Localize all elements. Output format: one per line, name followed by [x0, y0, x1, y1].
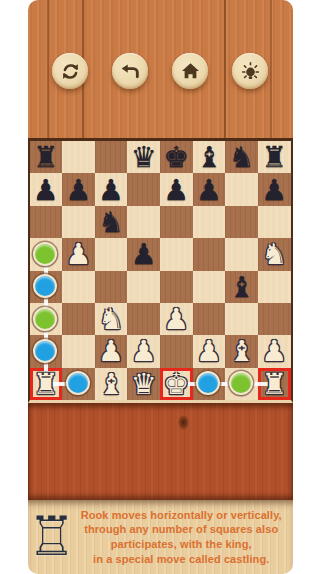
square-g3[interactable]	[225, 303, 258, 335]
rook-outline-icon: ♖	[28, 505, 76, 569]
square-e8[interactable]: ♚	[160, 141, 193, 173]
chess-board: ♜♛♚♝♞♜♟♟♟♟♟♟♞♟♟♞♝♞♟♟♟♟♝♟♜♝♛♚♜	[30, 141, 291, 400]
piece-white-knight: ♞	[261, 238, 287, 270]
square-g2[interactable]: ♝	[225, 335, 258, 367]
undo-icon	[120, 61, 141, 82]
square-f3[interactable]	[193, 303, 226, 335]
toolbar	[28, 53, 293, 89]
piece-black-knight: ♞	[98, 206, 124, 238]
tutorial-panel: ♖ Rook moves horizontally or vertically,…	[28, 500, 293, 574]
move-dot-green-a5[interactable]	[33, 242, 57, 266]
piece-black-pawn: ♟	[163, 174, 189, 206]
lower-wood-background	[28, 403, 293, 500]
piece-black-king: ♚	[163, 141, 189, 173]
square-f4[interactable]	[193, 271, 226, 303]
square-h4[interactable]	[258, 271, 291, 303]
move-path-line	[176, 382, 274, 386]
tutorial-line-4: in a special move called castling.	[76, 552, 287, 567]
undo-button[interactable]	[112, 53, 148, 89]
square-f2[interactable]: ♟	[193, 335, 226, 367]
square-d4[interactable]	[127, 271, 160, 303]
square-e2[interactable]	[160, 335, 193, 367]
top-wood-background	[28, 0, 293, 138]
square-b4[interactable]	[62, 271, 95, 303]
square-a8[interactable]: ♜	[30, 141, 63, 173]
square-h8[interactable]: ♜	[258, 141, 291, 173]
square-a6[interactable]	[30, 206, 63, 238]
square-h3[interactable]	[258, 303, 291, 335]
hint-icon	[240, 61, 261, 82]
move-dot-green-a3[interactable]	[33, 307, 57, 331]
square-d3[interactable]	[127, 303, 160, 335]
square-f5[interactable]	[193, 238, 226, 270]
piece-white-bishop: ♝	[98, 368, 124, 400]
square-d8[interactable]: ♛	[127, 141, 160, 173]
tutorial-line-2: through any number of squares also	[76, 522, 287, 537]
restart-button[interactable]	[52, 53, 88, 89]
square-g7[interactable]	[225, 173, 258, 205]
square-f8[interactable]: ♝	[193, 141, 226, 173]
piece-black-knight: ♞	[229, 141, 255, 173]
piece-white-pawn: ♟	[65, 238, 91, 270]
square-d7[interactable]	[127, 173, 160, 205]
square-c6[interactable]: ♞	[95, 206, 128, 238]
piece-black-bishop: ♝	[229, 271, 255, 303]
app-screen: ♜♛♚♝♞♜♟♟♟♟♟♟♞♟♟♞♝♞♟♟♟♟♝♟♜♝♛♚♜ ♖ Rook mov…	[28, 0, 293, 574]
home-button[interactable]	[172, 53, 208, 89]
board-frame: ♜♛♚♝♞♜♟♟♟♟♟♟♞♟♟♞♝♞♟♟♟♟♝♟♜♝♛♚♜	[28, 138, 293, 403]
square-b6[interactable]	[62, 206, 95, 238]
piece-white-pawn: ♟	[98, 335, 124, 367]
piece-black-pawn: ♟	[65, 174, 91, 206]
square-e3[interactable]: ♟	[160, 303, 193, 335]
piece-black-queen: ♛	[131, 141, 157, 173]
square-c4[interactable]	[95, 271, 128, 303]
piece-white-pawn: ♟	[261, 335, 287, 367]
square-f6[interactable]	[193, 206, 226, 238]
wood-knot	[178, 415, 189, 430]
square-g6[interactable]	[225, 206, 258, 238]
piece-black-pawn: ♟	[196, 174, 222, 206]
piece-white-knight: ♞	[98, 303, 124, 335]
square-a7[interactable]: ♟	[30, 173, 63, 205]
square-g4[interactable]: ♝	[225, 271, 258, 303]
piece-white-bishop: ♝	[229, 335, 255, 367]
square-c7[interactable]: ♟	[95, 173, 128, 205]
square-b3[interactable]	[62, 303, 95, 335]
square-h2[interactable]: ♟	[258, 335, 291, 367]
tutorial-line-1: Rook moves horizontally or vertically,	[76, 508, 287, 523]
square-b7[interactable]: ♟	[62, 173, 95, 205]
piece-black-pawn: ♟	[131, 238, 157, 270]
square-h6[interactable]	[258, 206, 291, 238]
square-c2[interactable]: ♟	[95, 335, 128, 367]
square-b5[interactable]: ♟	[62, 238, 95, 270]
square-c1[interactable]: ♝	[95, 368, 128, 400]
square-b2[interactable]	[62, 335, 95, 367]
square-b8[interactable]	[62, 141, 95, 173]
square-d1[interactable]: ♛	[127, 368, 160, 400]
square-h5[interactable]: ♞	[258, 238, 291, 270]
piece-white-pawn: ♟	[131, 335, 157, 367]
square-c8[interactable]	[95, 141, 128, 173]
piece-black-pawn: ♟	[261, 174, 287, 206]
square-e7[interactable]: ♟	[160, 173, 193, 205]
hint-button[interactable]	[232, 53, 268, 89]
square-d6[interactable]	[127, 206, 160, 238]
piece-white-queen: ♛	[131, 368, 157, 400]
piece-black-pawn: ♟	[98, 174, 124, 206]
restart-icon	[60, 61, 81, 82]
piece-white-pawn: ♟	[163, 303, 189, 335]
square-g5[interactable]	[225, 238, 258, 270]
square-g8[interactable]: ♞	[225, 141, 258, 173]
piece-black-pawn: ♟	[33, 174, 59, 206]
piece-black-rook: ♜	[33, 141, 59, 173]
square-e5[interactable]	[160, 238, 193, 270]
home-icon	[180, 61, 201, 82]
square-e4[interactable]	[160, 271, 193, 303]
piece-black-bishop: ♝	[196, 141, 222, 173]
square-d5[interactable]: ♟	[127, 238, 160, 270]
piece-black-rook: ♜	[261, 141, 287, 173]
square-d2[interactable]: ♟	[127, 335, 160, 367]
tutorial-line-3: participates, with the king,	[76, 537, 287, 552]
piece-white-pawn: ♟	[196, 335, 222, 367]
square-f7[interactable]: ♟	[193, 173, 226, 205]
square-c5[interactable]	[95, 238, 128, 270]
tutorial-text: Rook moves horizontally or vertically, t…	[76, 508, 293, 566]
square-c3[interactable]: ♞	[95, 303, 128, 335]
square-e6[interactable]	[160, 206, 193, 238]
square-h7[interactable]: ♟	[258, 173, 291, 205]
